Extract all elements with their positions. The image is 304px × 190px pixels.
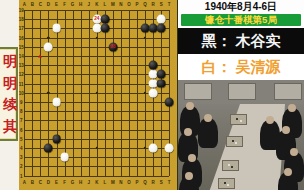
coord-letter-bottom: S xyxy=(160,180,163,185)
coord-letter-top: T xyxy=(168,1,171,6)
black-stone-S11 xyxy=(157,79,166,88)
photo-go-stone xyxy=(235,142,237,144)
coord-letter-top: F xyxy=(63,1,66,6)
photo-player-head xyxy=(186,102,194,110)
coord-letter-top: J xyxy=(87,1,90,6)
grid-line-horizontal xyxy=(24,130,169,131)
move-number-label: 23 xyxy=(110,44,115,49)
coord-letter-bottom: K xyxy=(95,180,98,185)
photo-player-head xyxy=(266,116,274,124)
banner-char: 其 xyxy=(3,117,17,136)
go-board: AABBCCDDEEFFGGHHJJKKLLMMNNOOPPQQRRSSTT19… xyxy=(19,0,178,190)
photo-go-stone xyxy=(232,140,234,142)
black-stone-S12 xyxy=(157,70,166,79)
photo-player-head xyxy=(204,114,212,122)
photo-player-head xyxy=(284,168,292,176)
vertical-red-banner: 明明续其 xyxy=(0,47,18,141)
grid-line-vertical xyxy=(137,10,138,176)
black-stone-L18 xyxy=(100,15,109,24)
grid-line-horizontal xyxy=(24,139,169,140)
grid-line-vertical xyxy=(121,10,122,176)
historical-photo xyxy=(178,80,304,190)
coord-letter-top: A xyxy=(23,1,26,6)
coord-letter-bottom: E xyxy=(55,180,58,185)
banner-char: 续 xyxy=(3,95,17,114)
coord-letter-bottom: M xyxy=(111,180,115,185)
photo-go-stone xyxy=(224,182,226,184)
photo-player-figure xyxy=(198,118,218,148)
photo-player-head xyxy=(184,128,192,136)
coord-letter-bottom: Q xyxy=(143,180,147,185)
photo-go-board xyxy=(230,114,247,125)
black-stone-R13 xyxy=(149,61,158,70)
coord-number-left: 19 xyxy=(19,8,24,13)
photo-player-head xyxy=(188,154,196,162)
grid-line-horizontal xyxy=(24,120,169,121)
coord-letter-top: K xyxy=(95,1,98,6)
coord-letter-top: E xyxy=(55,1,58,6)
coord-number-left: 5 xyxy=(20,136,23,141)
grid-line-horizontal xyxy=(24,102,169,103)
red-mark xyxy=(38,55,42,58)
banner-char: 明 xyxy=(3,52,17,71)
banner-char: 明 xyxy=(3,74,17,93)
coord-number-left: 15 xyxy=(19,44,24,49)
coord-letter-bottom: A xyxy=(23,180,26,185)
coord-number-left: 8 xyxy=(20,109,23,114)
coord-number-left: 6 xyxy=(20,127,23,132)
coord-letter-top: G xyxy=(71,1,75,6)
coord-letter-top: L xyxy=(103,1,106,6)
event-band: 镰仓十番棋第5局 xyxy=(181,14,301,26)
coord-number-left: 4 xyxy=(20,146,23,151)
coord-letter-top: R xyxy=(151,1,154,6)
coord-number-left: 14 xyxy=(19,54,24,59)
white-stone-R10 xyxy=(149,88,158,97)
wall-picture xyxy=(184,83,212,100)
grid-line-horizontal xyxy=(24,176,169,177)
black-stone-D4 xyxy=(44,144,53,153)
white-stone-T4 xyxy=(165,144,174,153)
game-date: 1940年8月4-6日 xyxy=(205,0,277,14)
wall-picture xyxy=(228,83,256,100)
coord-letter-bottom: J xyxy=(87,180,90,185)
coord-number-left: 2 xyxy=(20,164,23,169)
event-title: 镰仓十番棋第5局 xyxy=(205,14,277,27)
photo-go-stone xyxy=(240,120,242,122)
coord-letter-bottom: O xyxy=(127,180,131,185)
photo-go-stone xyxy=(231,166,233,168)
coord-letter-bottom: P xyxy=(135,180,138,185)
coord-number-left: 18 xyxy=(19,17,24,22)
coord-number-left: 10 xyxy=(19,90,24,95)
coord-letter-bottom: T xyxy=(168,180,171,185)
wall-picture xyxy=(274,83,302,100)
coord-letter-bottom: G xyxy=(71,180,75,185)
move-number-label: 24 xyxy=(94,17,99,22)
black-player-name: 黑： 木谷实 xyxy=(201,32,280,51)
white-stone-E9 xyxy=(52,98,61,107)
photo-go-stone xyxy=(228,164,230,166)
white-player-band: 白： 吴清源 xyxy=(178,55,304,80)
coord-letter-bottom: N xyxy=(119,180,122,185)
grid-line-vertical xyxy=(113,10,114,176)
coord-letter-bottom: C xyxy=(39,180,42,185)
grid-line-vertical xyxy=(161,10,162,176)
coord-letter-top: S xyxy=(160,1,163,6)
coord-letter-top: C xyxy=(39,1,42,6)
coord-letter-top: N xyxy=(119,1,122,6)
coord-number-left: 17 xyxy=(19,26,24,31)
coord-letter-bottom: B xyxy=(31,180,34,185)
grid-line-vertical xyxy=(129,10,130,176)
grid-line-horizontal xyxy=(24,157,169,158)
black-player-band: 黑： 木谷实 xyxy=(178,28,304,54)
photo-player-head xyxy=(282,126,290,134)
photo-go-stone xyxy=(236,118,238,120)
black-stone-E5 xyxy=(52,134,61,143)
coord-letter-top: P xyxy=(135,1,138,6)
coord-letter-top: H xyxy=(79,1,82,6)
white-stone-E17 xyxy=(52,24,61,33)
coord-letter-bottom: R xyxy=(151,180,154,185)
coord-number-left: 9 xyxy=(20,100,23,105)
coord-letter-bottom: F xyxy=(63,180,66,185)
coord-letter-bottom: D xyxy=(47,180,50,185)
white-stone-F3 xyxy=(60,153,69,162)
black-stone-M15: 23 xyxy=(108,42,117,51)
grid-line-horizontal xyxy=(24,166,169,167)
coord-letter-top: B xyxy=(31,1,34,6)
photo-player-head xyxy=(185,172,193,180)
coord-letter-bottom: H xyxy=(79,180,82,185)
grid-line-horizontal xyxy=(24,111,169,112)
black-stone-S17 xyxy=(157,24,166,33)
coord-number-left: 11 xyxy=(19,81,24,86)
info-panel: 1940年8月4-6日 镰仓十番棋第5局 黑： 木谷实 白： 吴清源 xyxy=(178,0,304,190)
black-stone-T9 xyxy=(165,98,174,107)
coord-letter-top: O xyxy=(127,1,131,6)
coord-number-left: 1 xyxy=(20,173,23,178)
coord-number-left: 7 xyxy=(20,118,23,123)
white-stone-S18 xyxy=(157,15,166,24)
white-stone-D15 xyxy=(44,42,53,51)
photo-player-head xyxy=(288,104,296,112)
white-stone-R4 xyxy=(149,144,158,153)
coord-letter-top: D xyxy=(47,1,50,6)
photo-go-stone xyxy=(227,184,229,186)
coord-number-left: 16 xyxy=(19,35,24,40)
photo-player-head xyxy=(290,148,298,156)
photo-player-figure xyxy=(260,120,280,150)
black-stone-L17 xyxy=(100,24,109,33)
coord-letter-bottom: L xyxy=(103,180,106,185)
coord-number-left: 3 xyxy=(20,155,23,160)
coord-number-left: 12 xyxy=(19,72,24,77)
white-player-name: 白： 吴清源 xyxy=(201,58,280,77)
grid-line-vertical xyxy=(105,10,106,176)
date-band: 1940年8月4-6日 xyxy=(178,0,304,13)
coord-letter-top: M xyxy=(111,1,115,6)
coord-letter-top: Q xyxy=(143,1,147,6)
coord-number-left: 13 xyxy=(19,63,24,68)
